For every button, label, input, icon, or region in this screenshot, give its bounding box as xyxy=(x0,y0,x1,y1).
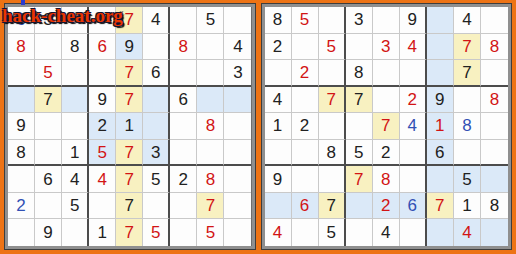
right-board-cell-r2c4[interactable] xyxy=(346,34,373,61)
right-board-cell-r4c8[interactable] xyxy=(454,87,481,114)
left-board-cell-r1c1[interactable]: 6 xyxy=(8,7,35,34)
right-board-cell-r9c6[interactable] xyxy=(400,219,427,246)
watermark-accent-icon xyxy=(21,0,25,5)
left-board-cell-r4c7[interactable]: 6 xyxy=(170,87,197,114)
right-board-cell-r8c2[interactable]: 6 xyxy=(292,193,319,220)
left-board-cell-r4c8[interactable] xyxy=(197,87,224,114)
right-board-cell-r1c2[interactable]: 5 xyxy=(292,7,319,34)
left-board-cell-r7c1[interactable] xyxy=(8,166,35,193)
right-board-cell-r9c7[interactable] xyxy=(427,219,454,246)
left-board-cell-r2c8[interactable] xyxy=(197,34,224,61)
left-board-cell-r7c3[interactable]: 4 xyxy=(62,166,89,193)
left-board-cell-r7c8[interactable]: 8 xyxy=(197,166,224,193)
sudoku-board-left-frame: 6374588698457637976921881573644752825779… xyxy=(5,4,255,249)
right-board-cell-r1c1[interactable]: 8 xyxy=(265,7,292,34)
right-board-cell-r8c3[interactable]: 7 xyxy=(319,193,346,220)
sudoku-board-right-frame: 8539425347828747729812741885269785672671… xyxy=(262,4,512,249)
right-board-cell-r4c6[interactable]: 2 xyxy=(400,87,427,114)
left-board-cell-r9c3[interactable] xyxy=(62,219,89,246)
left-board-cell-r4c3[interactable] xyxy=(62,87,89,114)
right-board-cell-r4c5[interactable] xyxy=(373,87,400,114)
left-board-cell-r5c3[interactable] xyxy=(62,113,89,140)
right-board-cell-r7c5[interactable]: 8 xyxy=(373,166,400,193)
right-board-cell-r1c8[interactable]: 4 xyxy=(454,7,481,34)
left-board-cell-r2c1[interactable]: 8 xyxy=(8,34,35,61)
left-board-cell-r3c9[interactable]: 3 xyxy=(224,60,251,87)
left-board-cell-r9c7[interactable] xyxy=(170,219,197,246)
left-board-cell-r4c5[interactable]: 7 xyxy=(116,87,143,114)
right-board-cell-r9c3[interactable]: 5 xyxy=(319,219,346,246)
left-board-cell-r7c2[interactable]: 6 xyxy=(35,166,62,193)
left-board-cell-r6c3[interactable]: 1 xyxy=(62,140,89,167)
left-board-cell-r2c2[interactable] xyxy=(35,34,62,61)
right-board-cell-r8c7[interactable]: 7 xyxy=(427,193,454,220)
right-board-cell-r7c6[interactable] xyxy=(400,166,427,193)
right-board-cell-r5c9[interactable] xyxy=(481,113,508,140)
right-board-cell-r3c9[interactable] xyxy=(481,60,508,87)
left-board-cell-r8c3[interactable]: 5 xyxy=(62,193,89,220)
right-board-cell-r2c2[interactable] xyxy=(292,34,319,61)
left-board-cell-r9c1[interactable] xyxy=(8,219,35,246)
right-board-cell-r1c5[interactable] xyxy=(373,7,400,34)
right-board-cell-r2c5[interactable]: 3 xyxy=(373,34,400,61)
left-board-cell-r4c1[interactable] xyxy=(8,87,35,114)
right-board-cell-r3c4[interactable]: 8 xyxy=(346,60,373,87)
right-board-cell-r6c7[interactable]: 6 xyxy=(427,140,454,167)
left-board-cell-r1c8[interactable]: 5 xyxy=(197,7,224,34)
right-board-cell-r4c7[interactable]: 9 xyxy=(427,87,454,114)
right-board-cell-r6c2[interactable] xyxy=(292,140,319,167)
right-board-cell-r2c7[interactable] xyxy=(427,34,454,61)
left-board-cell-r7c5[interactable]: 7 xyxy=(116,166,143,193)
left-board-cell-r7c4[interactable]: 4 xyxy=(89,166,116,193)
left-board-cell-r1c5[interactable]: 7 xyxy=(116,7,143,34)
right-board-cell-r8c8[interactable]: 1 xyxy=(454,193,481,220)
right-board-cell-r1c6[interactable]: 9 xyxy=(400,7,427,34)
left-board-cell-r8c9[interactable] xyxy=(224,193,251,220)
left-board-cell-r3c5[interactable]: 7 xyxy=(116,60,143,87)
left-board-cell-r8c7[interactable] xyxy=(170,193,197,220)
right-board-cell-r2c9[interactable]: 8 xyxy=(481,34,508,61)
right-board-cell-r9c1[interactable]: 4 xyxy=(265,219,292,246)
right-board-cell-r8c9[interactable]: 8 xyxy=(481,193,508,220)
left-board-cell-r2c9[interactable]: 4 xyxy=(224,34,251,61)
right-board-cell-r7c7[interactable] xyxy=(427,166,454,193)
left-board-cell-r5c8[interactable]: 8 xyxy=(197,113,224,140)
right-board-cell-r8c6[interactable]: 6 xyxy=(400,193,427,220)
right-board-cell-r9c2[interactable] xyxy=(292,219,319,246)
left-board-cell-r8c5[interactable]: 7 xyxy=(116,193,143,220)
left-board-cell-r3c7[interactable] xyxy=(170,60,197,87)
left-board-cell-r6c7[interactable] xyxy=(170,140,197,167)
left-board-cell-r3c2[interactable]: 5 xyxy=(35,60,62,87)
right-board-cell-r6c5[interactable]: 2 xyxy=(373,140,400,167)
right-board-cell-r5c6[interactable]: 4 xyxy=(400,113,427,140)
right-board-cell-r1c7[interactable] xyxy=(427,7,454,34)
right-board-cell-r4c9[interactable]: 8 xyxy=(481,87,508,114)
left-board-cell-r5c4[interactable]: 2 xyxy=(89,113,116,140)
left-board-cell-r9c9[interactable] xyxy=(224,219,251,246)
left-board-cell-r6c5[interactable]: 7 xyxy=(116,140,143,167)
right-board-cell-r8c5[interactable]: 2 xyxy=(373,193,400,220)
right-board-cell-r5c4[interactable] xyxy=(346,113,373,140)
left-board-cell-r2c4[interactable]: 6 xyxy=(89,34,116,61)
left-board-cell-r7c7[interactable]: 2 xyxy=(170,166,197,193)
left-board-cell-r5c5[interactable]: 1 xyxy=(116,113,143,140)
right-board-cell-r5c1[interactable]: 1 xyxy=(265,113,292,140)
left-board-cell-r9c8[interactable]: 5 xyxy=(197,219,224,246)
left-board-cell-r8c1[interactable]: 2 xyxy=(8,193,35,220)
left-board-cell-r3c6[interactable]: 6 xyxy=(143,60,170,87)
left-board-cell-r4c9[interactable] xyxy=(224,87,251,114)
left-board-cell-r7c6[interactable]: 5 xyxy=(143,166,170,193)
left-board-cell-r1c6[interactable]: 4 xyxy=(143,7,170,34)
sudoku-board-right: 8539425347828747729812741885269785672671… xyxy=(265,7,509,246)
left-board-cell-r4c2[interactable]: 7 xyxy=(35,87,62,114)
right-board-cell-r9c9[interactable] xyxy=(481,219,508,246)
right-board-cell-r1c4[interactable]: 3 xyxy=(346,7,373,34)
left-board-cell-r5c6[interactable] xyxy=(143,113,170,140)
left-board-cell-r4c6[interactable] xyxy=(143,87,170,114)
right-board-cell-r3c8[interactable]: 7 xyxy=(454,60,481,87)
right-board-cell-r7c4[interactable]: 7 xyxy=(346,166,373,193)
right-board-cell-r6c1[interactable] xyxy=(265,140,292,167)
right-board-cell-r6c3[interactable]: 8 xyxy=(319,140,346,167)
right-board-cell-r1c9[interactable] xyxy=(481,7,508,34)
right-board-cell-r6c8[interactable] xyxy=(454,140,481,167)
left-board-cell-r6c1[interactable]: 8 xyxy=(8,140,35,167)
right-board-cell-r2c1[interactable]: 2 xyxy=(265,34,292,61)
left-board-cell-r9c2[interactable]: 9 xyxy=(35,219,62,246)
left-board-cell-r2c6[interactable] xyxy=(143,34,170,61)
sudoku-board-left: 6374588698457637976921881573644752825779… xyxy=(8,7,252,246)
right-board-cell-r3c5[interactable] xyxy=(373,60,400,87)
left-board-cell-r2c3[interactable]: 8 xyxy=(62,34,89,61)
left-board-cell-r2c5[interactable]: 9 xyxy=(116,34,143,61)
left-board-cell-r7c9[interactable] xyxy=(224,166,251,193)
right-board-cell-r2c6[interactable]: 4 xyxy=(400,34,427,61)
left-board-cell-r1c7[interactable] xyxy=(170,7,197,34)
right-board-cell-r7c9[interactable] xyxy=(481,166,508,193)
left-board-cell-r1c2[interactable]: 3 xyxy=(35,7,62,34)
right-board-cell-r5c8[interactable]: 8 xyxy=(454,113,481,140)
right-board-cell-r9c5[interactable]: 4 xyxy=(373,219,400,246)
left-board-cell-r9c4[interactable]: 1 xyxy=(89,219,116,246)
left-board-cell-r8c2[interactable] xyxy=(35,193,62,220)
left-board-cell-r8c6[interactable] xyxy=(143,193,170,220)
right-board-cell-r3c2[interactable]: 2 xyxy=(292,60,319,87)
left-board-cell-r5c9[interactable] xyxy=(224,113,251,140)
left-board-cell-r5c1[interactable]: 9 xyxy=(8,113,35,140)
left-board-cell-r3c4[interactable] xyxy=(89,60,116,87)
right-board-cell-r2c8[interactable]: 7 xyxy=(454,34,481,61)
right-board-cell-r7c8[interactable]: 5 xyxy=(454,166,481,193)
left-board-cell-r3c3[interactable] xyxy=(62,60,89,87)
left-board-cell-r6c2[interactable] xyxy=(35,140,62,167)
right-board-cell-r3c7[interactable] xyxy=(427,60,454,87)
right-board-cell-r9c4[interactable] xyxy=(346,219,373,246)
right-board-cell-r4c4[interactable]: 7 xyxy=(346,87,373,114)
left-board-cell-r1c9[interactable] xyxy=(224,7,251,34)
right-board-cell-r1c3[interactable] xyxy=(319,7,346,34)
left-board-cell-r9c6[interactable]: 5 xyxy=(143,219,170,246)
boards-container: 6374588698457637976921881573644752825779… xyxy=(5,4,511,249)
left-board-cell-r1c4[interactable] xyxy=(89,7,116,34)
left-board-cell-r6c6[interactable]: 3 xyxy=(143,140,170,167)
left-board-cell-r6c9[interactable] xyxy=(224,140,251,167)
left-board-cell-r6c8[interactable] xyxy=(197,140,224,167)
right-board-cell-r4c3[interactable]: 7 xyxy=(319,87,346,114)
right-board-cell-r5c7[interactable]: 1 xyxy=(427,113,454,140)
right-board-cell-r7c3[interactable] xyxy=(319,166,346,193)
right-board-cell-r6c9[interactable] xyxy=(481,140,508,167)
left-board-cell-r5c7[interactable] xyxy=(170,113,197,140)
left-board-cell-r8c4[interactable] xyxy=(89,193,116,220)
right-board-cell-r4c2[interactable] xyxy=(292,87,319,114)
right-board-cell-r6c6[interactable] xyxy=(400,140,427,167)
right-board-cell-r7c2[interactable] xyxy=(292,166,319,193)
left-board-cell-r2c7[interactable]: 8 xyxy=(170,34,197,61)
left-board-cell-r8c8[interactable]: 7 xyxy=(197,193,224,220)
left-board-cell-r1c3[interactable] xyxy=(62,7,89,34)
right-board-cell-r8c1[interactable] xyxy=(265,193,292,220)
right-board-cell-r9c8[interactable]: 4 xyxy=(454,219,481,246)
left-board-cell-r9c5[interactable]: 7 xyxy=(116,219,143,246)
right-board-cell-r8c4[interactable] xyxy=(346,193,373,220)
right-board-cell-r3c1[interactable] xyxy=(265,60,292,87)
left-board-cell-r5c2[interactable] xyxy=(35,113,62,140)
right-board-cell-r4c1[interactable]: 4 xyxy=(265,87,292,114)
right-board-cell-r2c3[interactable]: 5 xyxy=(319,34,346,61)
right-board-cell-r7c1[interactable]: 9 xyxy=(265,166,292,193)
left-board-cell-r3c8[interactable] xyxy=(197,60,224,87)
left-board-cell-r3c1[interactable] xyxy=(8,60,35,87)
right-board-cell-r3c6[interactable] xyxy=(400,60,427,87)
left-board-cell-r6c4[interactable]: 5 xyxy=(89,140,116,167)
right-board-cell-r5c5[interactable]: 7 xyxy=(373,113,400,140)
right-board-cell-r5c2[interactable]: 2 xyxy=(292,113,319,140)
left-board-cell-r4c4[interactable]: 9 xyxy=(89,87,116,114)
right-board-cell-r3c3[interactable] xyxy=(319,60,346,87)
right-board-cell-r6c4[interactable]: 5 xyxy=(346,140,373,167)
right-board-cell-r5c3[interactable] xyxy=(319,113,346,140)
